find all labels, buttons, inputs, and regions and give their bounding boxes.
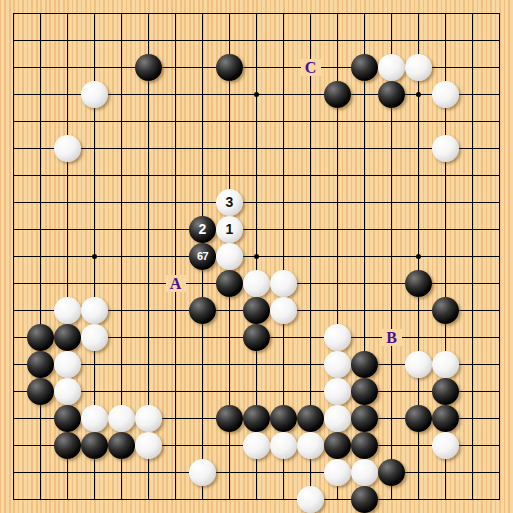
move-number: 3 [226,189,234,216]
point-marker-c: C [301,59,321,76]
stone-black[interactable] [216,270,243,297]
stone-white[interactable] [135,405,162,432]
go-board[interactable]: 32167ABC [0,0,513,513]
stone-black[interactable] [270,405,297,432]
stone-black[interactable] [216,54,243,81]
stone-black[interactable] [351,378,378,405]
stone-black[interactable] [54,405,81,432]
stone-black[interactable] [27,351,54,378]
stone-black[interactable] [189,297,216,324]
stone-white[interactable]: 3 [216,189,243,216]
stone-white[interactable] [216,243,243,270]
stone-black[interactable] [405,405,432,432]
move-number: 67 [197,243,208,270]
stone-black[interactable]: 2 [189,216,216,243]
stone-white[interactable] [324,459,351,486]
stone-white[interactable] [297,432,324,459]
stone-white[interactable] [270,297,297,324]
stone-white[interactable] [270,432,297,459]
stone-white[interactable] [324,351,351,378]
point-marker-a: A [166,275,186,292]
stone-white[interactable] [81,297,108,324]
stone-black[interactable] [351,486,378,513]
point-marker-b: B [382,329,402,346]
stone-white[interactable] [324,405,351,432]
stone-black[interactable] [378,459,405,486]
stone-black[interactable] [135,54,162,81]
stone-black[interactable] [351,351,378,378]
stone-white[interactable] [243,432,270,459]
stone-black[interactable] [405,270,432,297]
stone-white[interactable] [81,81,108,108]
stone-white[interactable] [324,378,351,405]
stone-black[interactable] [432,297,459,324]
stone-white[interactable] [324,324,351,351]
stone-black[interactable] [351,432,378,459]
stone-black[interactable] [243,297,270,324]
stone-black[interactable] [378,81,405,108]
stone-black[interactable] [54,324,81,351]
stone-white[interactable] [54,351,81,378]
stone-white[interactable] [405,54,432,81]
stone-black[interactable] [351,405,378,432]
stone-black[interactable] [243,324,270,351]
stone-white[interactable] [432,351,459,378]
stone-black[interactable] [432,378,459,405]
stone-black[interactable]: 67 [189,243,216,270]
move-number: 1 [226,216,234,243]
stone-black[interactable] [243,405,270,432]
stone-black[interactable] [324,432,351,459]
stone-white[interactable] [81,405,108,432]
stone-black[interactable] [432,405,459,432]
stone-black[interactable] [351,54,378,81]
star-point [254,254,259,259]
stone-white[interactable] [243,270,270,297]
star-point [92,254,97,259]
move-number: 2 [199,216,207,243]
stone-black[interactable] [108,432,135,459]
star-point [254,92,259,97]
stone-white[interactable] [432,135,459,162]
stone-white[interactable] [405,351,432,378]
stone-black[interactable] [81,432,108,459]
stone-white[interactable] [54,135,81,162]
stone-white[interactable] [81,324,108,351]
stone-white[interactable] [432,81,459,108]
stone-black[interactable] [324,81,351,108]
stone-white[interactable] [54,378,81,405]
stone-black[interactable] [27,378,54,405]
stone-black[interactable] [297,405,324,432]
stone-black[interactable] [216,405,243,432]
stone-white[interactable] [270,270,297,297]
stone-white[interactable] [135,432,162,459]
stone-white[interactable] [297,486,324,513]
stone-black[interactable] [27,324,54,351]
stone-white[interactable] [378,54,405,81]
stone-white[interactable]: 1 [216,216,243,243]
star-point [416,92,421,97]
star-point [416,254,421,259]
stone-white[interactable] [189,459,216,486]
stone-white[interactable] [432,432,459,459]
stone-white[interactable] [54,297,81,324]
stone-white[interactable] [108,405,135,432]
stone-black[interactable] [54,432,81,459]
stone-white[interactable] [351,459,378,486]
